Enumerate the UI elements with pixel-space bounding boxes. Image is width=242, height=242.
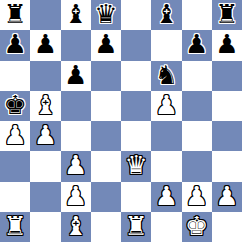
black-knight[interactable]: ♞ [155, 62, 178, 88]
square-h5[interactable] [212, 91, 242, 121]
white-pawn[interactable]: ♟ [155, 183, 178, 209]
white-king[interactable]: ♚ [185, 213, 208, 239]
square-g7[interactable]: ♟ [182, 30, 212, 60]
white-pawn[interactable]: ♟ [64, 183, 87, 209]
square-e5[interactable] [121, 91, 151, 121]
square-a1[interactable]: ♜ [0, 212, 30, 242]
white-pawn[interactable]: ♟ [64, 152, 87, 178]
square-d1[interactable] [91, 212, 121, 242]
square-c3[interactable]: ♟ [61, 151, 91, 181]
square-a4[interactable]: ♟ [0, 121, 30, 151]
square-b2[interactable] [30, 182, 60, 212]
square-a3[interactable] [0, 151, 30, 181]
square-f2[interactable]: ♟ [151, 182, 181, 212]
black-pawn[interactable]: ♟ [94, 31, 117, 57]
square-e3[interactable]: ♛ [121, 151, 151, 181]
black-pawn[interactable]: ♟ [3, 31, 26, 57]
black-king[interactable]: ♚ [3, 92, 26, 118]
square-d4[interactable] [91, 121, 121, 151]
white-rook[interactable]: ♜ [124, 213, 147, 239]
square-f7[interactable] [151, 30, 181, 60]
chess-board: ♜♝♛♝♜♟♟♟♟♟♟♞♚♝♟♟♟♟♛♟♟♟♟♜♝♜♚ [0, 0, 242, 242]
square-c1[interactable]: ♝ [61, 212, 91, 242]
square-c7[interactable] [61, 30, 91, 60]
black-bishop[interactable]: ♝ [64, 1, 87, 27]
white-rook[interactable]: ♜ [3, 213, 26, 239]
black-bishop[interactable]: ♝ [155, 1, 178, 27]
white-bishop[interactable]: ♝ [34, 92, 57, 118]
square-f8[interactable]: ♝ [151, 0, 181, 30]
square-d8[interactable]: ♛ [91, 0, 121, 30]
square-h6[interactable] [212, 61, 242, 91]
square-a6[interactable] [0, 61, 30, 91]
square-b5[interactable]: ♝ [30, 91, 60, 121]
square-g4[interactable] [182, 121, 212, 151]
square-b7[interactable]: ♟ [30, 30, 60, 60]
black-rook[interactable]: ♜ [3, 1, 26, 27]
white-pawn[interactable]: ♟ [3, 122, 26, 148]
square-b6[interactable] [30, 61, 60, 91]
square-e4[interactable] [121, 121, 151, 151]
square-g3[interactable] [182, 151, 212, 181]
square-f5[interactable]: ♟ [151, 91, 181, 121]
white-pawn[interactable]: ♟ [185, 183, 208, 209]
square-c8[interactable]: ♝ [61, 0, 91, 30]
square-a7[interactable]: ♟ [0, 30, 30, 60]
white-queen[interactable]: ♛ [124, 152, 147, 178]
square-g6[interactable] [182, 61, 212, 91]
square-b8[interactable] [30, 0, 60, 30]
square-e8[interactable] [121, 0, 151, 30]
square-h3[interactable] [212, 151, 242, 181]
white-bishop[interactable]: ♝ [64, 213, 87, 239]
square-e6[interactable] [121, 61, 151, 91]
black-rook[interactable]: ♜ [215, 1, 238, 27]
square-f6[interactable]: ♞ [151, 61, 181, 91]
square-g2[interactable]: ♟ [182, 182, 212, 212]
square-c5[interactable] [61, 91, 91, 121]
square-c4[interactable] [61, 121, 91, 151]
square-b4[interactable]: ♟ [30, 121, 60, 151]
square-h2[interactable]: ♟ [212, 182, 242, 212]
black-pawn[interactable]: ♟ [64, 62, 87, 88]
square-c6[interactable]: ♟ [61, 61, 91, 91]
square-g1[interactable]: ♚ [182, 212, 212, 242]
square-e2[interactable] [121, 182, 151, 212]
square-g5[interactable] [182, 91, 212, 121]
square-h1[interactable] [212, 212, 242, 242]
square-e1[interactable]: ♜ [121, 212, 151, 242]
square-d3[interactable] [91, 151, 121, 181]
square-b1[interactable] [30, 212, 60, 242]
square-f1[interactable] [151, 212, 181, 242]
black-pawn[interactable]: ♟ [215, 31, 238, 57]
square-a2[interactable] [0, 182, 30, 212]
square-e7[interactable] [121, 30, 151, 60]
white-pawn[interactable]: ♟ [34, 122, 57, 148]
square-b3[interactable] [30, 151, 60, 181]
square-h7[interactable]: ♟ [212, 30, 242, 60]
square-f4[interactable] [151, 121, 181, 151]
black-pawn[interactable]: ♟ [185, 31, 208, 57]
black-pawn[interactable]: ♟ [34, 31, 57, 57]
square-d5[interactable] [91, 91, 121, 121]
square-f3[interactable] [151, 151, 181, 181]
square-c2[interactable]: ♟ [61, 182, 91, 212]
square-h4[interactable] [212, 121, 242, 151]
square-a8[interactable]: ♜ [0, 0, 30, 30]
black-queen[interactable]: ♛ [94, 1, 117, 27]
white-pawn[interactable]: ♟ [215, 183, 238, 209]
square-a5[interactable]: ♚ [0, 91, 30, 121]
square-d7[interactable]: ♟ [91, 30, 121, 60]
square-h8[interactable]: ♜ [212, 0, 242, 30]
square-d6[interactable] [91, 61, 121, 91]
square-d2[interactable] [91, 182, 121, 212]
square-g8[interactable] [182, 0, 212, 30]
white-pawn[interactable]: ♟ [155, 92, 178, 118]
